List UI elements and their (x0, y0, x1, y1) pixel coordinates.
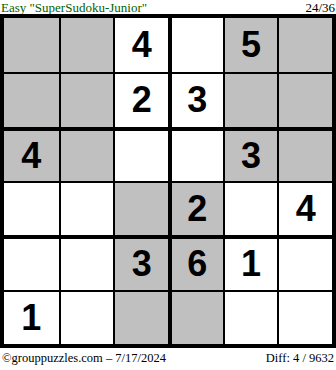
cell-r3c6[interactable] (277, 127, 332, 181)
cell-r3c5[interactable]: 3 (223, 127, 278, 181)
cell-r2c1[interactable] (4, 72, 59, 126)
cell-r1c2[interactable] (59, 18, 114, 72)
cell-r6c4[interactable] (168, 290, 223, 344)
footer-bar: ©grouppuzzles.com – 7/17/2024 Diff: 4 / … (0, 348, 336, 370)
cell-r2c6[interactable] (277, 72, 332, 126)
header-bar: Easy "SuperSudoku-Junior" 24/36 (0, 0, 336, 14)
cell-r1c6[interactable] (277, 18, 332, 72)
cell-r6c3[interactable] (113, 290, 168, 344)
cell-r3c4[interactable] (168, 127, 223, 181)
cell-r5c4[interactable]: 6 (168, 235, 223, 289)
cell-r5c2[interactable] (59, 235, 114, 289)
cell-r3c3[interactable] (113, 127, 168, 181)
cell-r1c4[interactable] (168, 18, 223, 72)
cell-r4c5[interactable] (223, 181, 278, 235)
cell-r2c5[interactable] (223, 72, 278, 126)
puzzle-title: Easy "SuperSudoku-Junior" (1, 1, 147, 14)
cell-r5c6[interactable] (277, 235, 332, 289)
footer-difficulty: Diff: 4 / 9632 (266, 351, 334, 366)
cell-r6c5[interactable] (223, 290, 278, 344)
cell-r5c5[interactable]: 1 (223, 235, 278, 289)
cell-r4c3[interactable] (113, 181, 168, 235)
cell-r6c6[interactable] (277, 290, 332, 344)
footer-copyright: ©grouppuzzles.com – 7/17/2024 (2, 351, 166, 366)
cell-r3c1[interactable]: 4 (4, 127, 59, 181)
cell-r1c5[interactable]: 5 (223, 18, 278, 72)
cell-r4c4[interactable]: 2 (168, 181, 223, 235)
cell-r4c6[interactable]: 4 (277, 181, 332, 235)
sudoku-board: 452343243611 (0, 14, 336, 348)
empty-cell-counter: 24/36 (305, 1, 335, 14)
cell-r5c1[interactable] (4, 235, 59, 289)
cell-r6c1[interactable]: 1 (4, 290, 59, 344)
cell-r2c2[interactable] (59, 72, 114, 126)
cell-r2c3[interactable]: 2 (113, 72, 168, 126)
cell-r4c2[interactable] (59, 181, 114, 235)
cell-r5c3[interactable]: 3 (113, 235, 168, 289)
cell-r6c2[interactable] (59, 290, 114, 344)
cell-r2c4[interactable]: 3 (168, 72, 223, 126)
cell-r3c2[interactable] (59, 127, 114, 181)
cell-r1c3[interactable]: 4 (113, 18, 168, 72)
cell-r1c1[interactable] (4, 18, 59, 72)
cell-r4c1[interactable] (4, 181, 59, 235)
